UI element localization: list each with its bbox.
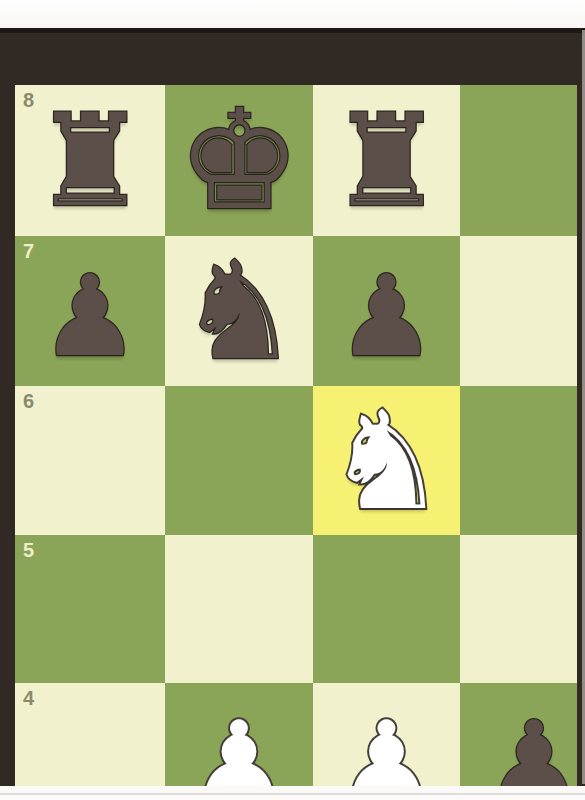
square-a7[interactable]: 7♟ bbox=[15, 236, 165, 386]
square-b8[interactable]: ♚ bbox=[165, 85, 313, 236]
square-d5[interactable] bbox=[460, 535, 577, 683]
square-d8[interactable] bbox=[460, 85, 577, 236]
square-a6[interactable]: 6 bbox=[15, 386, 165, 535]
square-c4[interactable]: ♟ bbox=[313, 683, 460, 800]
board-frame: 8♜♚♜7♟♞♟6♞54♟♟♟ bbox=[0, 28, 585, 786]
top-white-bar bbox=[0, 0, 585, 28]
square-d7[interactable] bbox=[460, 236, 577, 386]
black-pawn[interactable]: ♟ bbox=[40, 260, 140, 372]
square-a5[interactable]: 5 bbox=[15, 535, 165, 683]
rank-label-8: 8 bbox=[23, 90, 34, 110]
black-king[interactable]: ♚ bbox=[177, 92, 301, 230]
black-pawn[interactable]: ♟ bbox=[336, 260, 436, 372]
bottom-divider-line bbox=[0, 793, 585, 795]
square-b5[interactable] bbox=[165, 535, 313, 683]
square-b6[interactable] bbox=[165, 386, 313, 535]
square-b7[interactable]: ♞ bbox=[165, 236, 313, 386]
rank-label-5: 5 bbox=[23, 540, 34, 560]
rank-label-7: 7 bbox=[23, 241, 34, 261]
black-rook[interactable]: ♜ bbox=[33, 97, 148, 225]
board: 8♜♚♜7♟♞♟6♞54♟♟♟ bbox=[15, 85, 577, 800]
rank-label-6: 6 bbox=[23, 391, 34, 411]
square-b4[interactable]: ♟ bbox=[165, 683, 313, 800]
rank-label-4: 4 bbox=[23, 688, 34, 708]
square-d6[interactable] bbox=[460, 386, 577, 535]
square-a4[interactable]: 4 bbox=[15, 683, 165, 800]
square-c5[interactable] bbox=[313, 535, 460, 683]
black-rook[interactable]: ♜ bbox=[329, 97, 444, 225]
square-c7[interactable]: ♟ bbox=[313, 236, 460, 386]
white-knight[interactable]: ♞ bbox=[326, 393, 448, 529]
square-a8[interactable]: 8♜ bbox=[15, 85, 165, 236]
black-knight[interactable]: ♞ bbox=[178, 243, 300, 379]
square-c8[interactable]: ♜ bbox=[313, 85, 460, 236]
square-d4[interactable]: ♟ bbox=[460, 683, 577, 800]
bottom-white-bar bbox=[0, 786, 585, 800]
square-c6[interactable]: ♞ bbox=[313, 386, 460, 535]
screenshot-root: 8♜♚♜7♟♞♟6♞54♟♟♟ bbox=[0, 0, 585, 800]
